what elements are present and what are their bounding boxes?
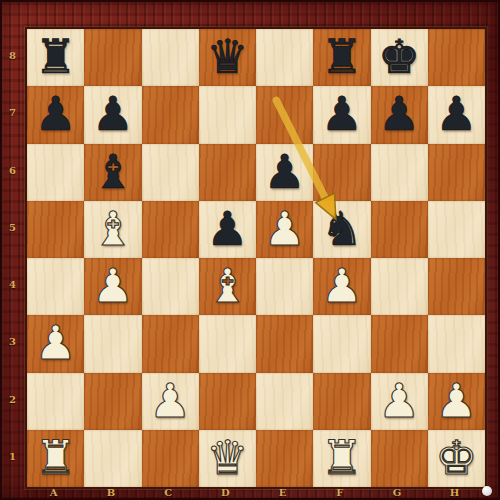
white-bishop[interactable]: ♝ <box>206 262 248 309</box>
square-e2[interactable] <box>256 373 313 430</box>
square-b7[interactable]: ♟ <box>84 86 141 143</box>
square-e7[interactable] <box>256 86 313 143</box>
square-g7[interactable]: ♟ <box>371 86 428 143</box>
white-rook[interactable]: ♜ <box>35 434 77 481</box>
rank-label-5: 5 <box>0 199 25 256</box>
square-c1[interactable] <box>142 430 199 487</box>
side-to-move-indicator <box>482 486 492 496</box>
white-pawn[interactable]: ♟ <box>92 262 134 309</box>
square-f5[interactable]: ♞ <box>313 201 370 258</box>
square-f2[interactable] <box>313 373 370 430</box>
white-bishop[interactable]: ♝ <box>92 205 134 252</box>
file-label-a: A <box>25 484 82 500</box>
square-g8[interactable]: ♚ <box>371 29 428 86</box>
white-pawn[interactable]: ♟ <box>35 319 77 366</box>
square-h3[interactable] <box>428 315 485 372</box>
white-pawn[interactable]: ♟ <box>264 205 306 252</box>
square-f7[interactable]: ♟ <box>313 86 370 143</box>
square-e1[interactable] <box>256 430 313 487</box>
square-f4[interactable]: ♟ <box>313 258 370 315</box>
square-c7[interactable] <box>142 86 199 143</box>
white-pawn[interactable]: ♟ <box>378 377 420 424</box>
square-d5[interactable]: ♟ <box>199 201 256 258</box>
square-h6[interactable] <box>428 144 485 201</box>
square-e4[interactable] <box>256 258 313 315</box>
rank-coordinates: 87654321 <box>0 27 25 485</box>
square-a3[interactable]: ♟ <box>27 315 84 372</box>
square-c8[interactable] <box>142 29 199 86</box>
square-g2[interactable]: ♟ <box>371 373 428 430</box>
square-g6[interactable] <box>371 144 428 201</box>
square-g4[interactable] <box>371 258 428 315</box>
square-b2[interactable] <box>84 373 141 430</box>
black-pawn[interactable]: ♟ <box>264 148 306 195</box>
white-pawn[interactable]: ♟ <box>435 377 477 424</box>
white-pawn[interactable]: ♟ <box>149 377 191 424</box>
square-h7[interactable]: ♟ <box>428 86 485 143</box>
square-c6[interactable] <box>142 144 199 201</box>
square-h2[interactable]: ♟ <box>428 373 485 430</box>
file-label-f: F <box>311 484 368 500</box>
white-rook[interactable]: ♜ <box>321 434 363 481</box>
square-b4[interactable]: ♟ <box>84 258 141 315</box>
square-a5[interactable] <box>27 201 84 258</box>
square-f8[interactable]: ♜ <box>313 29 370 86</box>
file-label-g: G <box>369 484 426 500</box>
square-h8[interactable] <box>428 29 485 86</box>
square-d4[interactable]: ♝ <box>199 258 256 315</box>
square-a6[interactable] <box>27 144 84 201</box>
square-a4[interactable] <box>27 258 84 315</box>
square-e5[interactable]: ♟ <box>256 201 313 258</box>
square-f6[interactable] <box>313 144 370 201</box>
black-pawn[interactable]: ♟ <box>435 90 477 137</box>
square-g3[interactable] <box>371 315 428 372</box>
chess-board: ♜♛♜♚♟♟♟♟♟♝♟♝♟♟♞♟♝♟♟♟♟♟♜♛♜♚ <box>25 27 487 489</box>
black-pawn[interactable]: ♟ <box>35 90 77 137</box>
square-h1[interactable]: ♚ <box>428 430 485 487</box>
file-label-d: D <box>197 484 254 500</box>
square-b6[interactable]: ♝ <box>84 144 141 201</box>
square-d6[interactable] <box>199 144 256 201</box>
black-queen[interactable]: ♛ <box>206 33 248 80</box>
square-a8[interactable]: ♜ <box>27 29 84 86</box>
black-rook[interactable]: ♜ <box>35 33 77 80</box>
square-d7[interactable] <box>199 86 256 143</box>
file-label-c: C <box>140 484 197 500</box>
white-king[interactable]: ♚ <box>435 434 477 481</box>
rank-label-7: 7 <box>0 84 25 141</box>
square-e3[interactable] <box>256 315 313 372</box>
square-a2[interactable] <box>27 373 84 430</box>
rank-label-8: 8 <box>0 27 25 84</box>
rank-label-4: 4 <box>0 256 25 313</box>
square-e8[interactable] <box>256 29 313 86</box>
black-pawn[interactable]: ♟ <box>92 90 134 137</box>
file-label-h: H <box>426 484 483 500</box>
square-b1[interactable] <box>84 430 141 487</box>
square-f3[interactable] <box>313 315 370 372</box>
rank-label-2: 2 <box>0 371 25 428</box>
square-c4[interactable] <box>142 258 199 315</box>
rank-label-1: 1 <box>0 428 25 485</box>
square-c5[interactable] <box>142 201 199 258</box>
white-queen[interactable]: ♛ <box>206 434 248 481</box>
file-label-b: B <box>82 484 139 500</box>
square-d2[interactable] <box>199 373 256 430</box>
file-coordinates: ABCDEFGH <box>25 484 483 500</box>
square-f1[interactable]: ♜ <box>313 430 370 487</box>
square-e6[interactable]: ♟ <box>256 144 313 201</box>
black-pawn[interactable]: ♟ <box>378 90 420 137</box>
square-d8[interactable]: ♛ <box>199 29 256 86</box>
rank-label-6: 6 <box>0 142 25 199</box>
black-king[interactable]: ♚ <box>378 33 420 80</box>
square-a1[interactable]: ♜ <box>27 430 84 487</box>
square-d3[interactable] <box>199 315 256 372</box>
chess-app-window: ♜♛♜♚♟♟♟♟♟♝♟♝♟♟♞♟♝♟♟♟♟♟♜♛♜♚ 87654321 ABCD… <box>0 0 500 500</box>
square-b5[interactable]: ♝ <box>84 201 141 258</box>
black-rook[interactable]: ♜ <box>321 33 363 80</box>
square-h4[interactable] <box>428 258 485 315</box>
square-c2[interactable]: ♟ <box>142 373 199 430</box>
square-a7[interactable]: ♟ <box>27 86 84 143</box>
file-label-e: E <box>254 484 311 500</box>
square-c3[interactable] <box>142 315 199 372</box>
square-b8[interactable] <box>84 29 141 86</box>
square-g5[interactable] <box>371 201 428 258</box>
square-g1[interactable] <box>371 430 428 487</box>
rank-label-3: 3 <box>0 313 25 370</box>
black-pawn[interactable]: ♟ <box>206 205 248 252</box>
square-h5[interactable] <box>428 201 485 258</box>
square-b3[interactable] <box>84 315 141 372</box>
square-d1[interactable]: ♛ <box>199 430 256 487</box>
black-bishop[interactable]: ♝ <box>92 148 134 195</box>
black-pawn[interactable]: ♟ <box>321 90 363 137</box>
black-knight[interactable]: ♞ <box>321 205 363 252</box>
white-pawn[interactable]: ♟ <box>321 262 363 309</box>
